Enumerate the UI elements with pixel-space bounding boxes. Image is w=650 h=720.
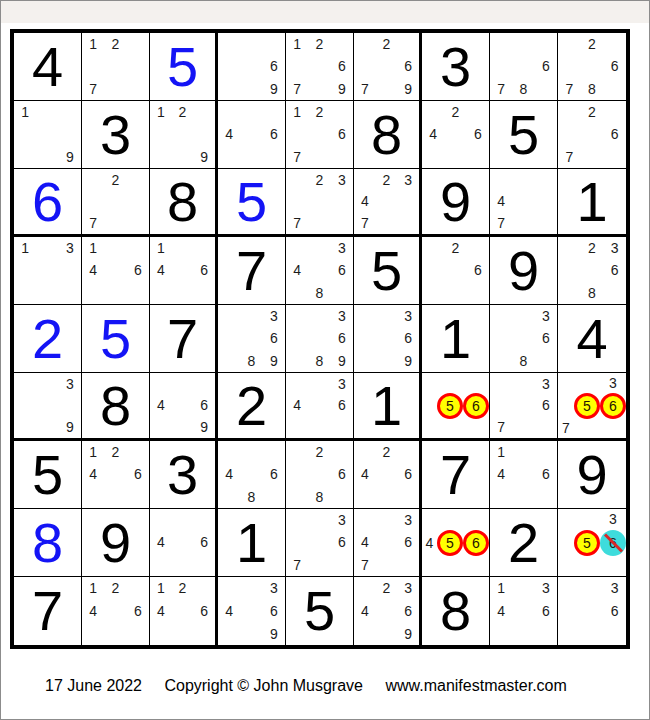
empty-slot [127,191,149,213]
candidate: 9 [193,146,215,168]
pencil-grid: 246 [422,101,489,168]
candidate: 9 [263,350,285,372]
candidate: 1 [150,237,172,259]
candidate: 8 [240,350,262,372]
pencil-grid: 2678 [558,33,626,100]
cell-r2c8: 5 [490,101,558,169]
cell-r4c3: 146 [150,237,218,305]
entered-digit: 2 [14,305,81,372]
empty-slot [36,237,58,259]
cell-r2c1: 19 [14,101,82,169]
empty-slot [512,212,534,234]
candidate: 1 [82,441,104,463]
empty-slot [104,259,126,281]
empty-slot [397,554,419,576]
given-digit: 3 [422,33,489,100]
empty-slot [331,191,353,213]
candidate: 6 [331,123,353,145]
empty-slot [59,101,81,123]
cell-r9c6: 23469 [354,577,422,645]
given-digit: 7 [14,577,81,645]
cell-r6c8: 367 [490,373,558,441]
empty-slot [240,101,262,123]
empty-slot [603,622,626,645]
cell-r7c9: 9 [558,441,626,509]
empty-slot [467,282,489,304]
empty-slot [308,191,330,213]
candidate: 4 [286,259,308,281]
pencil-grid: 13 [14,237,81,304]
empty-slot [193,237,215,259]
cell-r7c6: 246 [354,441,422,509]
empty-slot [437,509,463,530]
empty-slot [603,78,626,100]
empty-slot [603,101,626,123]
empty-slot [36,395,58,417]
candidate: 6 [263,327,285,349]
empty-slot [14,416,36,438]
candidate: 3 [331,237,353,259]
candidate: 2 [104,577,126,600]
empty-slot [600,556,626,577]
empty-slot [193,101,215,123]
candidate: 2 [581,237,604,259]
pencil-grid: 468 [218,441,285,508]
empty-slot [240,305,262,327]
cell-r4c5: 3468 [286,237,354,305]
empty-slot [558,237,581,259]
empty-slot [574,373,600,393]
pencil-grid: 3468 [286,237,353,304]
empty-slot [444,282,466,304]
empty-slot [535,191,557,213]
empty-slot [422,393,437,419]
pencil-grid: 246 [354,441,419,508]
pencil-grid: 47 [490,169,557,234]
empty-slot [308,212,330,234]
candidate: 9 [397,78,419,100]
empty-slot [535,441,557,463]
cell-r2c2: 3 [82,101,150,169]
empty-slot [127,237,149,259]
candidate: 6 [603,55,626,77]
empty-slot [150,146,172,168]
empty-slot [331,486,353,508]
empty-slot [127,441,149,463]
empty-slot [308,146,330,168]
pencil-grid: 129 [150,101,215,168]
candidate: 2 [581,33,604,55]
pencil-grid: 3567 [558,373,626,438]
cell-r4c7: 26 [422,237,490,305]
empty-slot [535,486,557,508]
empty-slot [422,556,437,577]
empty-slot [354,327,376,349]
empty-slot [82,55,104,77]
empty-slot [603,146,626,168]
footer: 17 June 2022 Copyright © John Musgrave w… [1,677,650,695]
cell-r3c8: 47 [490,169,558,237]
pencil-grid: 56 [422,373,489,438]
cell-r3c5: 237 [286,169,354,237]
cell-r7c2: 1246 [82,441,150,509]
pencil-grid: 1267 [286,101,353,168]
empty-slot [59,259,81,281]
empty-slot [490,33,512,55]
candidate: 6 [397,327,419,349]
pencil-grid: 127 [82,33,149,100]
candidate: 3 [535,305,557,327]
candidate: 2 [104,441,126,463]
empty-slot [331,146,353,168]
empty-slot [308,463,330,485]
pencil-grid: 46 [218,101,285,168]
candidate: 9 [331,350,353,372]
empty-slot [286,441,308,463]
empty-slot [218,622,240,645]
cell-r7c4: 468 [218,441,286,509]
pencil-grid: 26 [422,237,489,304]
cell-r2c4: 46 [218,101,286,169]
candidate: 6 [263,123,285,145]
given-digit: 2 [490,509,557,576]
empty-slot [354,55,376,77]
given-digit: 5 [354,237,419,304]
empty-slot [150,123,172,145]
empty-slot [104,600,126,623]
empty-slot [331,101,353,123]
empty-slot [308,78,330,100]
empty-slot [218,78,240,100]
empty-slot [286,509,308,531]
candidate: 6 [535,463,557,485]
empty-slot [422,237,444,259]
empty-slot [376,191,398,213]
given-digit: 8 [422,577,489,645]
circled-candidate: 6 [463,393,489,419]
empty-slot [193,577,215,600]
empty-slot [36,282,58,304]
cell-r3c2: 27 [82,169,150,237]
empty-slot [193,622,215,645]
given-digit: 7 [150,305,215,372]
candidate: 6 [467,259,489,281]
cell-r8c8: 2 [490,509,558,577]
candidate: 1 [286,101,308,123]
given-digit: 5 [490,101,557,168]
empty-slot [286,237,308,259]
candidate: 6 [535,600,557,623]
candidate: 3 [59,373,81,395]
empty-slot [574,419,600,439]
candidate: 7 [558,419,574,439]
empty-slot [240,463,262,485]
empty-slot [354,33,376,55]
entered-digit: 5 [218,169,285,234]
empty-slot [444,123,466,145]
empty-slot [172,600,194,623]
empty-slot [286,373,308,395]
pencil-grid: 356 [558,509,626,576]
empty-slot [581,55,604,77]
given-digit: 1 [422,305,489,372]
empty-slot [558,600,581,623]
empty-slot [397,486,419,508]
candidate: 3 [397,509,419,531]
empty-slot [354,441,376,463]
pencil-grid: 367 [490,373,557,438]
candidate: 2 [376,441,398,463]
pencil-grid: 27 [82,169,149,234]
pencil-grid: 2679 [354,33,419,100]
candidate: 3 [535,577,557,600]
candidate: 7 [354,78,376,100]
cell-r7c8: 146 [490,441,558,509]
candidate: 6 [263,463,285,485]
cell-r2c5: 1267 [286,101,354,169]
empty-slot [535,169,557,191]
cell-r1c2: 127 [82,33,150,101]
candidate: 7 [490,416,512,438]
empty-slot [376,327,398,349]
candidate: 7 [82,212,104,234]
sudoku-board: 4127569126792679367826781931294612678246… [10,29,630,649]
candidate: 3 [600,373,626,393]
pencil-grid: 1346 [490,577,557,645]
empty-slot [172,416,194,438]
candidate: 2 [376,169,398,191]
top-strip [1,1,649,23]
candidate: 1 [490,441,512,463]
empty-slot [104,212,126,234]
empty-slot [59,282,81,304]
empty-slot [263,33,285,55]
circled-candidate: 6 [600,393,626,419]
empty-slot [574,509,600,530]
empty-slot [535,78,557,100]
candidate: 2 [172,577,194,600]
candidate: 1 [490,577,512,600]
empty-slot [512,441,534,463]
given-digit: 9 [490,237,557,304]
empty-slot [512,33,534,55]
candidate: 4 [490,600,512,623]
empty-slot [104,282,126,304]
empty-slot [490,395,512,417]
candidate: 6 [535,327,557,349]
empty-slot [558,33,581,55]
empty-slot [172,622,194,645]
empty-slot [512,55,534,77]
candidate: 6 [603,600,626,623]
empty-slot [240,441,262,463]
candidate: 4 [150,600,172,623]
cell-r4c6: 5 [354,237,422,305]
empty-slot [218,33,240,55]
entered-digit: 8 [14,509,81,576]
cell-r5c5: 3689 [286,305,354,373]
circled-candidate: 5 [437,530,463,556]
eliminated-candidate: 6 [600,530,626,556]
candidate: 3 [263,305,285,327]
empty-slot [463,419,489,439]
empty-slot [463,556,489,577]
cell-r2c9: 267 [558,101,626,169]
cell-r8c2: 9 [82,509,150,577]
candidate: 6 [263,600,285,623]
empty-slot [240,55,262,77]
candidate: 6 [193,600,215,623]
empty-slot [490,169,512,191]
empty-slot [444,259,466,281]
empty-slot [558,577,581,600]
pencil-grid: 19 [14,101,81,168]
empty-slot [36,146,58,168]
candidate: 6 [331,463,353,485]
candidate: 3 [603,237,626,259]
cell-r3c7: 9 [422,169,490,237]
empty-slot [558,373,574,393]
candidate: 6 [193,259,215,281]
pencil-grid: 346 [286,373,353,438]
candidate: 3 [331,373,353,395]
empty-slot [240,123,262,145]
empty-slot [263,441,285,463]
cell-r6c1: 39 [14,373,82,441]
empty-slot [308,305,330,327]
candidate: 3 [331,305,353,327]
empty-slot [376,509,398,531]
pencil-grid: 12679 [286,33,353,100]
given-digit: 1 [558,169,626,234]
footer-copyright: Copyright © John Musgrave [164,677,363,694]
empty-slot [104,622,126,645]
empty-slot [286,531,308,553]
empty-slot [172,373,194,395]
empty-slot [331,441,353,463]
pencil-grid: 2347 [354,169,419,234]
empty-slot [286,327,308,349]
candidate: 6 [127,600,149,623]
pencil-grid: 69 [218,33,285,100]
empty-slot [218,577,240,600]
cell-r3c9: 1 [558,169,626,237]
candidate: 6 [467,123,489,145]
empty-slot [397,441,419,463]
candidate: 2 [172,101,194,123]
empty-slot [127,55,149,77]
cell-r9c9: 36 [558,577,626,645]
empty-slot [331,554,353,576]
cell-r5c1: 2 [14,305,82,373]
empty-slot [331,282,353,304]
candidate: 6 [397,55,419,77]
given-digit: 7 [218,237,285,304]
empty-slot [512,577,534,600]
empty-slot [512,373,534,395]
empty-slot [467,101,489,123]
cell-r9c5: 5 [286,577,354,645]
pencil-grid: 3689 [286,305,353,372]
candidate: 6 [263,55,285,77]
candidate: 2 [104,169,126,191]
candidate: 1 [14,101,36,123]
empty-slot [512,327,534,349]
cell-r6c7: 56 [422,373,490,441]
candidate: 4 [422,530,437,556]
cell-r5c4: 3689 [218,305,286,373]
candidate: 9 [59,146,81,168]
candidate: 3 [535,373,557,395]
empty-slot [218,305,240,327]
candidate-slot: 5 [437,393,463,419]
empty-slot [376,305,398,327]
cell-r8c1: 8 [14,509,82,577]
cell-r5c2: 5 [82,305,150,373]
empty-slot [263,101,285,123]
circled-candidate: 5 [574,530,600,556]
empty-slot [558,556,574,577]
empty-slot [512,191,534,213]
empty-slot [376,350,398,372]
empty-slot [512,169,534,191]
empty-slot [558,509,574,530]
cell-r8c5: 367 [286,509,354,577]
empty-slot [218,146,240,168]
candidate: 7 [354,212,376,234]
empty-slot [104,55,126,77]
pencil-grid: 268 [286,441,353,508]
candidate: 3 [59,237,81,259]
given-digit: 9 [82,509,149,576]
empty-slot [193,373,215,395]
empty-slot [376,78,398,100]
cell-r1c3: 5 [150,33,218,101]
cell-r1c7: 3 [422,33,490,101]
candidate: 3 [397,577,419,600]
empty-slot [127,577,149,600]
empty-slot [240,327,262,349]
empty-slot [172,237,194,259]
candidate-slot: 6 [463,393,489,419]
candidate: 8 [308,282,330,304]
empty-slot [308,55,330,77]
empty-slot [437,419,463,439]
candidate: 7 [286,146,308,168]
empty-slot [127,282,149,304]
empty-slot [331,416,353,438]
empty-slot [150,282,172,304]
empty-slot [376,463,398,485]
cell-r8c7: 456 [422,509,490,577]
empty-slot [512,622,534,645]
empty-slot [104,237,126,259]
candidate: 6 [535,395,557,417]
empty-slot [422,419,437,439]
circled-candidate: 5 [574,393,600,419]
candidate: 1 [150,577,172,600]
given-digit: 1 [354,373,419,438]
empty-slot [535,350,557,372]
candidate: 4 [150,259,172,281]
empty-slot [600,419,626,439]
empty-slot [218,441,240,463]
candidate: 6 [397,463,419,485]
candidate: 4 [82,259,104,281]
candidate: 4 [150,395,172,417]
empty-slot [422,282,444,304]
pencil-grid: 369 [354,305,419,372]
